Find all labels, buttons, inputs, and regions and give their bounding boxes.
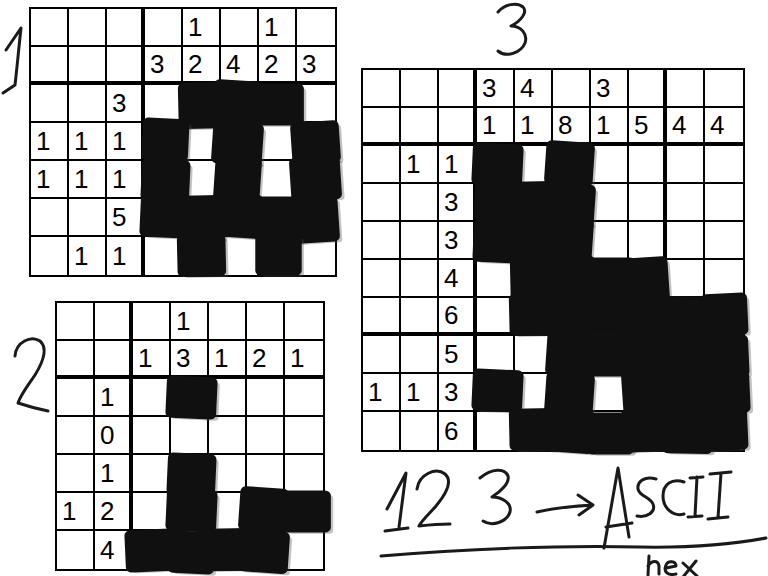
clue-corner-cell xyxy=(439,70,477,108)
col-clue-cell xyxy=(667,70,705,108)
filled-mark xyxy=(165,488,218,532)
clue-number: 4 xyxy=(515,75,534,101)
col-clue-cell: 4 xyxy=(705,108,743,146)
clue-corner-cell xyxy=(57,341,95,379)
clue-corner-cell xyxy=(107,9,145,47)
puzzle-cell-r7c1[interactable] xyxy=(477,374,515,412)
row-clue-cell xyxy=(363,298,401,336)
puzzle-cell-r8c7[interactable] xyxy=(705,412,743,450)
clue-number: 8 xyxy=(553,112,572,138)
col-clue-cell xyxy=(133,303,171,341)
annotation-123-ascii-hex xyxy=(372,448,768,576)
col-clue-cell: 1 xyxy=(259,9,297,47)
puzzle-cell-r1c4[interactable] xyxy=(259,85,297,123)
row-clue-cell: 1 xyxy=(69,237,107,275)
puzzle-cell-r3c1[interactable] xyxy=(133,455,171,493)
row-clue-cell: 1 xyxy=(57,493,95,531)
col-clue-cell: 1 xyxy=(209,341,247,379)
row-clue-cell xyxy=(363,260,401,298)
col-clue-cell xyxy=(553,70,591,108)
clue-number: 1 xyxy=(95,384,114,410)
col-clue-cell: 2 xyxy=(259,47,297,85)
col-clue-cell xyxy=(705,70,743,108)
puzzle-cell-r3c7[interactable] xyxy=(705,222,743,260)
clue-number: 5 xyxy=(629,112,648,138)
clue-number: 1 xyxy=(401,151,420,177)
col-clue-cell: 3 xyxy=(145,47,183,85)
clue-corner-cell xyxy=(439,108,477,146)
clue-number: 2 xyxy=(259,51,278,77)
col-clue-cell xyxy=(285,303,323,341)
clue-number: 2 xyxy=(95,498,114,524)
puzzle-cell-r8c3[interactable] xyxy=(553,412,591,450)
col-clue-cell: 5 xyxy=(629,108,667,146)
row-clue-cell xyxy=(31,199,69,237)
filled-mark xyxy=(177,234,227,277)
clue-number: 1 xyxy=(107,166,126,192)
clue-number: 6 xyxy=(439,302,458,328)
puzzle-cell-r3c4[interactable] xyxy=(591,222,629,260)
row-clue-cell xyxy=(363,146,401,184)
filled-mark xyxy=(253,83,304,125)
clue-number: 6 xyxy=(439,418,458,444)
puzzle-cell-r2c5[interactable] xyxy=(629,184,667,222)
row-clue-cell: 2 xyxy=(95,493,133,531)
ink-letter-A xyxy=(604,468,632,548)
puzzle-cell-r2c6[interactable] xyxy=(667,184,705,222)
clue-corner-cell xyxy=(31,47,69,85)
puzzle-cell-r2c1[interactable] xyxy=(145,123,183,161)
clue-number: 1 xyxy=(439,151,458,177)
puzzle-cell-r2c4[interactable] xyxy=(247,417,285,455)
row-clue-cell xyxy=(363,412,401,450)
ink-underline xyxy=(381,538,766,556)
puzzle-cell-r3c1[interactable] xyxy=(145,161,183,199)
row-clue-cell xyxy=(363,184,401,222)
ink-letter-S xyxy=(637,478,656,516)
puzzle-cell-r5c4[interactable] xyxy=(247,531,285,569)
clue-number: 3 xyxy=(171,345,190,371)
clue-number: 1 xyxy=(477,112,496,138)
clue-number: 4 xyxy=(705,112,724,138)
row-clue-cell xyxy=(31,237,69,275)
row-clue-cell: 3 xyxy=(107,85,145,123)
clue-number: 3 xyxy=(591,75,610,101)
clue-number: 4 xyxy=(667,112,686,138)
clue-number: 3 xyxy=(439,227,458,253)
clue-number: 1 xyxy=(591,112,610,138)
puzzle-cell-r7c3[interactable] xyxy=(553,374,591,412)
clue-number: 1 xyxy=(285,345,304,371)
nonogram-board-1: 11324233111111511 xyxy=(29,7,337,277)
puzzle-cell-r8c6[interactable] xyxy=(667,412,705,450)
col-clue-cell: 2 xyxy=(183,47,221,85)
clue-number: 1 xyxy=(69,166,88,192)
puzzle-cell-r7c7[interactable] xyxy=(705,374,743,412)
clue-corner-cell xyxy=(363,108,401,146)
clue-number: 3 xyxy=(145,51,164,77)
clue-number: 3 xyxy=(439,189,458,215)
clue-number: 2 xyxy=(247,345,266,371)
clue-number: 4 xyxy=(439,265,458,291)
row-clue-cell: 1 xyxy=(95,455,133,493)
clue-number: 1 xyxy=(183,14,202,40)
col-clue-cell: 1 xyxy=(285,341,323,379)
ink-hex-e xyxy=(665,562,676,575)
clue-number: 5 xyxy=(439,341,458,367)
handwritten-label-2 xyxy=(8,332,56,424)
clue-corner-cell xyxy=(363,70,401,108)
row-clue-cell xyxy=(363,222,401,260)
col-clue-cell: 3 xyxy=(297,47,335,85)
nonogram-board-2: 113121101124 xyxy=(55,301,325,571)
col-clue-cell xyxy=(297,9,335,47)
clue-number: 3 xyxy=(297,51,316,77)
puzzle-cell-r3c5[interactable] xyxy=(285,455,323,493)
puzzle-cell-r2c5[interactable] xyxy=(285,417,323,455)
clue-number: 4 xyxy=(221,51,240,77)
puzzle-cell-r5c2[interactable] xyxy=(183,237,221,275)
clue-number: 1 xyxy=(107,128,126,154)
col-clue-cell xyxy=(247,303,285,341)
clue-number: 1 xyxy=(69,243,88,269)
puzzle-cell-r4c5[interactable] xyxy=(285,493,323,531)
clue-number: 3 xyxy=(107,90,126,116)
puzzle-cell-r5c5[interactable] xyxy=(285,531,323,569)
puzzle-cell-r4c6[interactable] xyxy=(667,260,705,298)
puzzle-cell-r2c2[interactable] xyxy=(171,417,209,455)
col-clue-cell: 4 xyxy=(667,108,705,146)
puzzle-cell-r3c5[interactable] xyxy=(297,161,335,199)
col-clue-cell: 1 xyxy=(133,341,171,379)
filled-mark xyxy=(141,117,189,161)
filled-mark xyxy=(471,368,524,412)
puzzle-cell-r7c5[interactable] xyxy=(629,374,667,412)
puzzle-cell-r1c4[interactable] xyxy=(247,379,285,417)
row-clue-cell: 1 xyxy=(401,374,439,412)
row-clue-cell xyxy=(57,417,95,455)
row-clue-cell: 4 xyxy=(439,260,477,298)
row-clue-cell xyxy=(57,531,95,569)
puzzle-cell-r4c2[interactable] xyxy=(171,493,209,531)
ink-hex-h xyxy=(648,556,659,575)
puzzle-cell-r4c5[interactable] xyxy=(297,199,335,237)
handwritten-label-3 xyxy=(488,0,534,62)
clue-corner-cell xyxy=(95,303,133,341)
col-clue-cell xyxy=(209,303,247,341)
col-clue-cell: 1 xyxy=(477,108,515,146)
col-clue-cell: 2 xyxy=(247,341,285,379)
row-clue-cell xyxy=(57,455,95,493)
filled-mark xyxy=(237,529,290,575)
ink-letter-C xyxy=(663,481,684,515)
row-clue-cell: 1 xyxy=(69,161,107,199)
clue-corner-cell xyxy=(69,9,107,47)
ink-digit-2 xyxy=(417,471,450,526)
clue-corner-cell xyxy=(57,303,95,341)
clue-number: 1 xyxy=(171,308,190,334)
row-clue-cell xyxy=(57,379,95,417)
ink-hex-x xyxy=(683,561,697,576)
nonogram-board-3: 343118154411334651136 xyxy=(361,68,745,452)
filled-mark xyxy=(280,490,331,532)
row-clue-cell: 1 xyxy=(107,237,145,275)
row-clue-cell: 1 xyxy=(31,123,69,161)
clue-number: 1 xyxy=(133,345,152,371)
puzzle-cell-r5c3[interactable] xyxy=(221,237,259,275)
clue-number: 1 xyxy=(31,166,50,192)
clue-corner-cell xyxy=(95,341,133,379)
col-clue-cell xyxy=(629,70,667,108)
row-clue-cell xyxy=(69,85,107,123)
row-clue-cell xyxy=(401,412,439,450)
row-clue-cell: 6 xyxy=(439,412,477,450)
clue-number: 1 xyxy=(57,498,76,524)
puzzle-cell-r1c4[interactable] xyxy=(591,146,629,184)
row-clue-cell: 1 xyxy=(31,161,69,199)
row-clue-cell: 6 xyxy=(439,298,477,336)
row-clue-cell: 1 xyxy=(107,161,145,199)
row-clue-cell: 0 xyxy=(95,417,133,455)
filled-mark xyxy=(700,407,748,451)
clue-number: 1 xyxy=(363,379,382,405)
puzzle-cell-r1c5[interactable] xyxy=(285,379,323,417)
puzzle-cell-r2c1[interactable] xyxy=(133,417,171,455)
row-clue-cell xyxy=(31,85,69,123)
filled-mark xyxy=(165,375,218,419)
clue-number: 1 xyxy=(259,14,278,40)
puzzle-cell-r3c2[interactable] xyxy=(171,455,209,493)
clue-corner-cell xyxy=(401,70,439,108)
arrow-right-icon xyxy=(537,495,593,515)
row-clue-cell: 1 xyxy=(107,123,145,161)
clue-number: 1 xyxy=(515,112,534,138)
clue-number: 1 xyxy=(31,128,50,154)
puzzle-cell-r1c6[interactable] xyxy=(667,146,705,184)
clue-corner-cell xyxy=(107,47,145,85)
row-clue-cell xyxy=(401,222,439,260)
clue-number: 3 xyxy=(439,379,458,405)
clue-number: 1 xyxy=(209,345,228,371)
puzzle-cell-r2c4[interactable] xyxy=(591,184,629,222)
clue-number: 3 xyxy=(477,75,496,101)
clue-number: 1 xyxy=(69,128,88,154)
puzzle-cell-r2c3[interactable] xyxy=(209,417,247,455)
puzzle-cell-r3c6[interactable] xyxy=(667,222,705,260)
row-clue-cell: 1 xyxy=(95,379,133,417)
row-clue-cell xyxy=(401,336,439,374)
col-clue-cell: 1 xyxy=(171,303,209,341)
clue-number: 1 xyxy=(107,243,126,269)
row-clue-cell: 1 xyxy=(401,146,439,184)
clue-number: 1 xyxy=(95,460,114,486)
clue-number: 0 xyxy=(95,422,114,448)
row-clue-cell xyxy=(401,184,439,222)
col-clue-cell: 3 xyxy=(477,70,515,108)
col-clue-cell: 1 xyxy=(591,108,629,146)
row-clue-cell xyxy=(401,260,439,298)
ink-digit-3 xyxy=(480,470,510,523)
ink-letter-I2 xyxy=(708,472,731,519)
row-clue-cell: 5 xyxy=(439,336,477,374)
row-clue-cell: 1 xyxy=(363,374,401,412)
ink-digit-1 xyxy=(385,473,408,531)
row-clue-cell: 3 xyxy=(439,184,477,222)
puzzle-cell-r1c7[interactable] xyxy=(705,146,743,184)
clue-corner-cell xyxy=(31,9,69,47)
col-clue-cell xyxy=(221,9,259,47)
col-clue-cell: 1 xyxy=(183,9,221,47)
puzzle-cell-r3c5[interactable] xyxy=(629,222,667,260)
puzzle-cell-r1c5[interactable] xyxy=(629,146,667,184)
nonogram-worksheet: 11324233111111511 113121101124 343118154… xyxy=(0,0,768,576)
col-clue-cell: 1 xyxy=(515,108,553,146)
ink-letter-I1 xyxy=(688,477,703,517)
clue-number: 1 xyxy=(401,379,420,405)
filled-mark xyxy=(700,292,748,336)
puzzle-cell-r5c4[interactable] xyxy=(259,237,297,275)
filled-mark xyxy=(255,233,301,275)
row-clue-cell xyxy=(69,199,107,237)
clue-number: 4 xyxy=(95,537,114,563)
row-clue-cell xyxy=(401,298,439,336)
puzzle-cell-r1c3[interactable] xyxy=(553,146,591,184)
col-clue-cell: 3 xyxy=(591,70,629,108)
row-clue-cell xyxy=(363,336,401,374)
row-clue-cell: 1 xyxy=(69,123,107,161)
puzzle-cell-r2c7[interactable] xyxy=(705,184,743,222)
col-clue-cell: 4 xyxy=(515,70,553,108)
col-clue-cell xyxy=(145,9,183,47)
puzzle-cell-r5c7[interactable] xyxy=(705,298,743,336)
clue-number: 5 xyxy=(107,204,126,230)
puzzle-cell-r6c7[interactable] xyxy=(705,336,743,374)
clue-number: 2 xyxy=(183,51,202,77)
row-clue-cell: 3 xyxy=(439,222,477,260)
puzzle-cell-r5c1[interactable] xyxy=(133,531,171,569)
col-clue-cell: 3 xyxy=(171,341,209,379)
clue-corner-cell xyxy=(401,108,439,146)
puzzle-cell-r1c2[interactable] xyxy=(171,379,209,417)
clue-corner-cell xyxy=(69,47,107,85)
